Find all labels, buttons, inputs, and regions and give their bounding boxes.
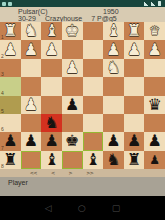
square[interactable] [124, 96, 145, 114]
square[interactable] [21, 114, 42, 132]
square[interactable] [144, 59, 165, 77]
square[interactable]: ♟ [144, 151, 165, 169]
white-pawn-piece[interactable]: ♟ [103, 40, 124, 58]
square[interactable]: ♟ [41, 40, 62, 58]
square[interactable]: ♞ [103, 59, 124, 77]
nav-back-button[interactable]: < [51, 170, 55, 176]
black-pawn-piece[interactable]: ♟ [144, 151, 165, 169]
white-pawn-piece[interactable]: ♟ [62, 59, 83, 77]
square[interactable] [83, 59, 104, 77]
square[interactable]: 4 [0, 77, 21, 95]
square[interactable] [124, 114, 145, 132]
square[interactable]: ♞ [103, 151, 124, 169]
square[interactable]: ♝ [103, 22, 124, 40]
square[interactable] [62, 77, 83, 95]
white-pawn-piece[interactable]: ♟ [124, 40, 145, 58]
white-pawn-piece[interactable]: ♟ [0, 40, 21, 58]
square[interactable] [41, 96, 62, 114]
square[interactable] [124, 59, 145, 77]
signal-icon [144, 2, 149, 6]
square[interactable]: ♟ [62, 96, 83, 114]
battery-icon [158, 1, 161, 6]
square[interactable]: 2♟ [0, 40, 21, 58]
square[interactable] [103, 96, 124, 114]
home-icon[interactable]: ○ [78, 204, 86, 213]
opponent-name: Pulsar(C) [18, 8, 48, 15]
square[interactable] [62, 40, 83, 58]
square[interactable] [62, 151, 83, 169]
notification-icons [2, 2, 12, 6]
square[interactable] [83, 77, 104, 95]
square[interactable]: ♟ [144, 40, 165, 58]
square[interactable] [21, 59, 42, 77]
square[interactable]: ♟ [124, 132, 145, 150]
back-icon[interactable]: ◁ [45, 204, 52, 213]
square[interactable]: ♟ [21, 132, 42, 150]
square[interactable]: ♟ [103, 40, 124, 58]
white-rook-piece[interactable]: ♜ [124, 22, 145, 40]
square[interactable] [103, 114, 124, 132]
black-pawn-piece[interactable]: ♟ [21, 132, 42, 150]
square[interactable]: ♟ [124, 40, 145, 58]
square[interactable] [83, 40, 104, 58]
square[interactable] [83, 114, 104, 132]
white-pawn-piece[interactable]: ♟ [21, 40, 42, 58]
square[interactable]: ♟ [21, 40, 42, 58]
black-rook-piece[interactable]: ♜ [124, 151, 145, 169]
square[interactable]: ♞ [41, 114, 62, 132]
square[interactable]: ♝ [41, 22, 62, 40]
black-queen-piece[interactable]: ♛ [144, 96, 165, 114]
nav-last-button[interactable]: >> [86, 170, 93, 176]
nav-forward-button[interactable]: > [69, 170, 73, 176]
android-nav-bar: ◁ ○ ▢ [0, 196, 165, 220]
square[interactable]: 1♜ [0, 22, 21, 40]
recents-icon[interactable]: ▢ [112, 204, 121, 213]
opponent-rating: 1950 [103, 8, 119, 15]
square[interactable]: ♞ [21, 22, 42, 40]
white-pawn-piece[interactable]: ♟ [41, 40, 62, 58]
square[interactable]: ♟ [103, 132, 124, 150]
square[interactable] [41, 77, 62, 95]
black-bishop-piece[interactable]: ♝ [83, 151, 104, 169]
black-pawn-piece[interactable]: ♟ [0, 132, 21, 150]
white-queen-piece[interactable]: ♛ [144, 22, 165, 40]
white-pawn-piece[interactable]: ♟ [21, 96, 42, 114]
white-rook-piece[interactable]: ♜ [0, 22, 21, 40]
black-bishop-piece[interactable]: ♝ [41, 151, 62, 169]
square[interactable] [83, 96, 104, 114]
square[interactable]: ♝ [41, 151, 62, 169]
black-knight-piece[interactable]: ♞ [41, 114, 62, 132]
app-screen: Pulsar(C) 1950 30-29 Crazyhouse 7 P@g5 1… [0, 0, 165, 220]
white-pawn-piece[interactable]: ♟ [144, 40, 165, 58]
square[interactable] [144, 114, 165, 132]
square[interactable] [41, 59, 62, 77]
square[interactable]: ♟ [62, 59, 83, 77]
black-knight-piece[interactable]: ♞ [103, 151, 124, 169]
square[interactable]: ♟ [144, 132, 165, 150]
square[interactable]: ♚ [62, 22, 83, 40]
square[interactable]: ♟ [41, 132, 62, 150]
game-header: Pulsar(C) 1950 30-29 Crazyhouse 7 P@g5 [0, 7, 165, 22]
square[interactable]: ♜ [124, 22, 145, 40]
square[interactable]: ♝ [83, 151, 104, 169]
square[interactable]: 7♟ [0, 132, 21, 150]
player-name: Player [8, 179, 28, 187]
black-pawn-piece[interactable]: ♟ [144, 132, 165, 150]
square[interactable] [21, 151, 42, 169]
white-knight-piece[interactable]: ♞ [21, 22, 42, 40]
square[interactable] [83, 132, 104, 150]
white-knight-piece[interactable]: ♞ [103, 59, 124, 77]
wifi-icon [151, 2, 156, 6]
nav-first-button[interactable]: << [30, 170, 37, 176]
square[interactable] [21, 77, 42, 95]
chess-board[interactable]: 1♜♞♝♚♝♜♛2♟♟♟♟♟♟3♟♞45♟♟♛6♞7♟♟♟♚♟♟♟8♜♝♝♞♜♟ [0, 22, 165, 169]
black-pawn-piece[interactable]: ♟ [62, 96, 83, 114]
square[interactable]: 3 [0, 59, 21, 77]
square[interactable] [83, 22, 104, 40]
black-pawn-piece[interactable]: ♟ [41, 132, 62, 150]
black-king-piece[interactable]: ♚ [62, 132, 83, 150]
square[interactable]: 8♜ [0, 151, 21, 169]
square[interactable] [103, 77, 124, 95]
square[interactable] [124, 77, 145, 95]
black-pawn-piece[interactable]: ♟ [124, 132, 145, 150]
square[interactable]: ♜ [124, 151, 145, 169]
square[interactable]: 5 [0, 96, 21, 114]
black-rook-piece[interactable]: ♜ [0, 151, 21, 169]
white-king-piece[interactable]: ♚ [62, 22, 83, 40]
square[interactable] [62, 114, 83, 132]
square[interactable]: ♚ [62, 132, 83, 150]
notification-icon [2, 2, 6, 6]
black-pawn-piece[interactable]: ♟ [103, 132, 124, 150]
square[interactable]: 6 [0, 114, 21, 132]
white-bishop-piece[interactable]: ♝ [41, 22, 62, 40]
system-status-icons [144, 1, 163, 6]
square[interactable]: ♟ [21, 96, 42, 114]
white-bishop-piece[interactable]: ♝ [103, 22, 124, 40]
square[interactable] [144, 77, 165, 95]
square[interactable]: ♛ [144, 22, 165, 40]
android-status-bar [0, 0, 165, 7]
player-bar: Player [0, 177, 165, 196]
move-navigation: << < > >> [0, 169, 165, 177]
square[interactable]: ♛ [144, 96, 165, 114]
notification-icon [8, 2, 12, 6]
